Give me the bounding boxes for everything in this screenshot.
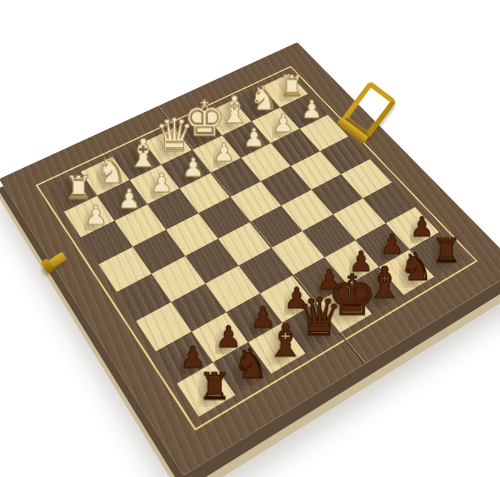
- board-squares: ♜♞♝♛♚♝♞♜♟♟♟♟♟♟♟♟♟♟♟♟♟♟♟♟♜♞♝♛♚♝♞♜: [48, 74, 464, 417]
- brown-pawn[interactable]: ♟: [410, 215, 434, 240]
- white-knight[interactable]: ♞: [96, 155, 127, 187]
- brown-bishop[interactable]: ♝: [266, 321, 305, 361]
- brown-knight[interactable]: ♞: [399, 250, 433, 284]
- white-bishop[interactable]: ♝: [126, 136, 160, 171]
- brown-rook[interactable]: ♜: [432, 236, 462, 266]
- chess-board-frame: ♜♞♝♛♚♝♞♜♟♟♟♟♟♟♟♟♟♟♟♟♟♟♟♟♜♞♝♛♚♝♞♜: [0, 42, 500, 475]
- white-pawn[interactable]: ♟: [243, 126, 265, 149]
- white-pawn[interactable]: ♟: [84, 203, 108, 227]
- white-pawn[interactable]: ♟: [301, 98, 323, 120]
- chess-set-photo: ♜♞♝♛♚♝♞♜♟♟♟♟♟♟♟♟♟♟♟♟♟♟♟♟♜♞♝♛♚♝♞♜: [0, 0, 500, 477]
- brown-rook[interactable]: ♜: [198, 370, 231, 403]
- white-pawn[interactable]: ♟: [182, 156, 205, 179]
- square-g6[interactable]: [333, 198, 386, 240]
- white-pawn[interactable]: ♟: [150, 171, 173, 195]
- white-rook[interactable]: ♜: [65, 173, 93, 202]
- white-pawn[interactable]: ♟: [272, 112, 294, 135]
- white-pawn[interactable]: ♟: [213, 141, 236, 164]
- brass-latch: [341, 81, 397, 140]
- white-pawn[interactable]: ♟: [117, 187, 140, 211]
- playing-area: ♜♞♝♛♚♝♞♜♟♟♟♟♟♟♟♟♟♟♟♟♟♟♟♟♜♞♝♛♚♝♞♜: [48, 74, 464, 417]
- brown-knight[interactable]: ♞: [233, 345, 269, 382]
- board-3d-wrapper: ♜♞♝♛♚♝♞♜♟♟♟♟♟♟♟♟♟♟♟♟♟♟♟♟♜♞♝♛♚♝♞♜: [0, 42, 500, 475]
